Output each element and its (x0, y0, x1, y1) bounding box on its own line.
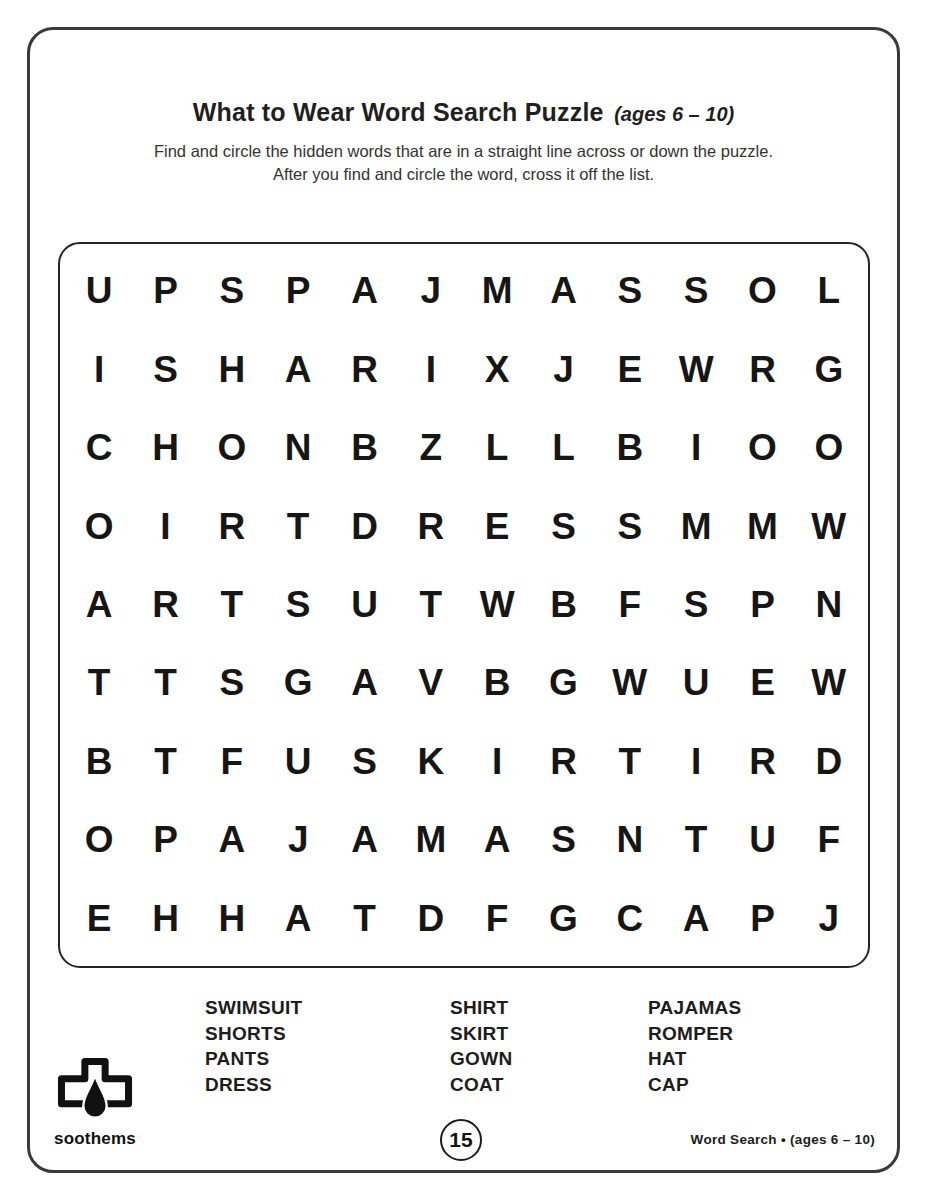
grid-cell-r6c4[interactable]: G (265, 644, 331, 722)
word-list-item-coat[interactable]: COAT (450, 1072, 512, 1098)
grid-cell-r6c5[interactable]: A (331, 644, 397, 722)
grid-cell-r4c8[interactable]: S (530, 487, 596, 565)
grid-cell-r2c1[interactable]: I (66, 330, 132, 408)
grid-cell-r4c1[interactable]: O (66, 487, 132, 565)
grid-cell-r5c3[interactable]: T (199, 566, 265, 644)
grid-cell-r8c7[interactable]: A (464, 801, 530, 879)
brand-logo: soothems (50, 1056, 140, 1149)
grid-cell-r2c10[interactable]: W (663, 330, 729, 408)
grid-cell-r8c5[interactable]: A (331, 801, 397, 879)
grid-cell-r3c7[interactable]: L (464, 409, 530, 487)
grid-cell-r8c2[interactable]: P (132, 801, 198, 879)
grid-cell-r6c2[interactable]: T (132, 644, 198, 722)
grid-cell-r1c1[interactable]: U (66, 252, 132, 330)
grid-cell-r4c5[interactable]: D (331, 487, 397, 565)
grid-cell-r2c3[interactable]: H (199, 330, 265, 408)
word-list-item-dress[interactable]: DRESS (205, 1072, 302, 1098)
grid-cell-r7c1[interactable]: B (66, 723, 132, 801)
grid-cell-r3c9[interactable]: B (597, 409, 663, 487)
grid-cell-r5c12[interactable]: N (796, 566, 862, 644)
grid-cell-r2c8[interactable]: J (530, 330, 596, 408)
grid-cell-r9c11[interactable]: P (729, 880, 795, 958)
grid-cell-r4c6[interactable]: R (398, 487, 464, 565)
word-list-item-pants[interactable]: PANTS (205, 1046, 302, 1072)
grid-cell-r7c12[interactable]: D (796, 723, 862, 801)
grid-cell-r5c2[interactable]: R (132, 566, 198, 644)
grid-cell-r4c2[interactable]: I (132, 487, 198, 565)
grid-cell-r2c11[interactable]: R (729, 330, 795, 408)
grid-cell-r9c8[interactable]: G (530, 880, 596, 958)
word-list-item-shirt[interactable]: SHIRT (450, 995, 512, 1021)
grid-cell-r4c11[interactable]: M (729, 487, 795, 565)
grid-cell-r3c10[interactable]: I (663, 409, 729, 487)
grid-cell-r7c10[interactable]: I (663, 723, 729, 801)
grid-cell-r4c7[interactable]: E (464, 487, 530, 565)
word-list-column-1: SWIMSUITSHORTSPANTSDRESS (205, 995, 302, 1097)
grid-cell-r3c8[interactable]: L (530, 409, 596, 487)
grid-cell-r6c10[interactable]: U (663, 644, 729, 722)
grid-cell-r5c1[interactable]: A (66, 566, 132, 644)
word-search-grid: UPSPAJMASSOLISHARIXJEWRGCHONBZLLBIOOOIRT… (58, 242, 870, 968)
grid-cell-r5c5[interactable]: U (331, 566, 397, 644)
age-range-label: (ages 6 – 10) (614, 103, 734, 125)
grid-cell-r2c6[interactable]: I (398, 330, 464, 408)
page-number: 15 (449, 1128, 472, 1152)
grid-cell-r6c8[interactable]: G (530, 644, 596, 722)
grid-cell-r6c6[interactable]: V (398, 644, 464, 722)
grid-cell-r6c9[interactable]: W (597, 644, 663, 722)
grid-cell-r8c3[interactable]: A (199, 801, 265, 879)
brand-name: soothems (50, 1129, 140, 1149)
grid-cell-r9c2[interactable]: H (132, 880, 198, 958)
word-list-item-shorts[interactable]: SHORTS (205, 1021, 302, 1047)
grid-cell-r8c9[interactable]: N (597, 801, 663, 879)
grid-cell-r6c7[interactable]: B (464, 644, 530, 722)
grid-cell-r2c4[interactable]: A (265, 330, 331, 408)
grid-cell-r4c4[interactable]: T (265, 487, 331, 565)
grid-cell-r3c4[interactable]: N (265, 409, 331, 487)
grid-cell-r9c9[interactable]: C (597, 880, 663, 958)
grid-cell-r6c11[interactable]: E (729, 644, 795, 722)
grid-cell-r2c5[interactable]: R (331, 330, 397, 408)
grid-cell-r7c4[interactable]: U (265, 723, 331, 801)
grid-cell-r5c4[interactable]: S (265, 566, 331, 644)
grid-cell-r4c12[interactable]: W (796, 487, 862, 565)
grid-cell-r2c2[interactable]: S (132, 330, 198, 408)
grid-cell-r1c9[interactable]: S (597, 252, 663, 330)
word-list-item-hat[interactable]: HAT (648, 1046, 742, 1072)
page-number-badge: 15 (440, 1119, 482, 1161)
grid-cell-r2c9[interactable]: E (597, 330, 663, 408)
grid-cell-r1c6[interactable]: J (398, 252, 464, 330)
grid-cell-r9c6[interactable]: D (398, 880, 464, 958)
grid-cell-r3c5[interactable]: B (331, 409, 397, 487)
grid-cell-r5c6[interactable]: T (398, 566, 464, 644)
grid-cell-r5c7[interactable]: W (464, 566, 530, 644)
grid-cell-r6c3[interactable]: S (199, 644, 265, 722)
grid-cell-r3c11[interactable]: O (729, 409, 795, 487)
instructions-line-1: Find and circle the hidden words that ar… (0, 140, 927, 163)
grid-cell-r9c5[interactable]: T (331, 880, 397, 958)
grid-cell-r7c5[interactable]: S (331, 723, 397, 801)
grid-cell-r7c8[interactable]: R (530, 723, 596, 801)
grid-cell-r9c4[interactable]: A (265, 880, 331, 958)
grid-cell-r9c1[interactable]: E (66, 880, 132, 958)
grid-cell-r9c3[interactable]: H (199, 880, 265, 958)
grid-cell-r7c6[interactable]: K (398, 723, 464, 801)
grid-cell-r9c7[interactable]: F (464, 880, 530, 958)
footer-label: Word Search • (ages 6 – 10) (691, 1132, 875, 1147)
grid-cell-r7c11[interactable]: R (729, 723, 795, 801)
grid-cell-r8c8[interactable]: S (530, 801, 596, 879)
grid-cell-r8c1[interactable]: O (66, 801, 132, 879)
grid-cell-r3c6[interactable]: Z (398, 409, 464, 487)
grid-cell-r7c7[interactable]: I (464, 723, 530, 801)
grid-cell-r3c3[interactable]: O (199, 409, 265, 487)
grid-cell-r4c10[interactable]: M (663, 487, 729, 565)
grid-cell-r8c12[interactable]: F (796, 801, 862, 879)
grid-cell-r5c10[interactable]: S (663, 566, 729, 644)
word-list-item-pajamas[interactable]: PAJAMAS (648, 995, 742, 1021)
grid-cell-r1c4[interactable]: P (265, 252, 331, 330)
grid-cell-r1c10[interactable]: S (663, 252, 729, 330)
grid-cell-r3c2[interactable]: H (132, 409, 198, 487)
grid-cell-r1c7[interactable]: M (464, 252, 530, 330)
grid-cell-r6c12[interactable]: W (796, 644, 862, 722)
word-list-item-gown[interactable]: GOWN (450, 1046, 512, 1072)
grid-cell-r1c11[interactable]: O (729, 252, 795, 330)
grid-cell-r2c7[interactable]: X (464, 330, 530, 408)
grid-cell-r8c4[interactable]: J (265, 801, 331, 879)
grid-cell-r5c11[interactable]: P (729, 566, 795, 644)
grid-cell-r5c8[interactable]: B (530, 566, 596, 644)
grid-cell-r8c6[interactable]: M (398, 801, 464, 879)
word-list-item-swimsuit[interactable]: SWIMSUIT (205, 995, 302, 1021)
grid-cell-r3c1[interactable]: C (66, 409, 132, 487)
grid-cell-r1c8[interactable]: A (530, 252, 596, 330)
word-list-item-romper[interactable]: ROMPER (648, 1021, 742, 1047)
word-list-item-cap[interactable]: CAP (648, 1072, 742, 1098)
page-title: What to Wear Word Search Puzzle (ages 6 … (0, 98, 927, 127)
grid-cell-r1c2[interactable]: P (132, 252, 198, 330)
worksheet-page: What to Wear Word Search Puzzle (ages 6 … (0, 0, 927, 1200)
grid-cell-r8c10[interactable]: T (663, 801, 729, 879)
word-list-item-skirt[interactable]: SKIRT (450, 1021, 512, 1047)
grid-cell-r5c9[interactable]: F (597, 566, 663, 644)
grid-cell-r1c5[interactable]: A (331, 252, 397, 330)
grid-cell-r7c2[interactable]: T (132, 723, 198, 801)
grid-cell-r7c9[interactable]: T (597, 723, 663, 801)
grid-cell-r1c12[interactable]: L (796, 252, 862, 330)
puzzle-title: What to Wear Word Search Puzzle (193, 98, 604, 126)
grid-cell-r8c11[interactable]: U (729, 801, 795, 879)
grid-cell-r1c3[interactable]: S (199, 252, 265, 330)
soothems-cross-drop-icon (56, 1056, 134, 1128)
grid-cell-r4c9[interactable]: S (597, 487, 663, 565)
grid-cell-r9c10[interactable]: A (663, 880, 729, 958)
grid-cell-r6c1[interactable]: T (66, 644, 132, 722)
grid-cell-r7c3[interactable]: F (199, 723, 265, 801)
instructions: Find and circle the hidden words that ar… (0, 140, 927, 186)
instructions-line-2: After you find and circle the word, cros… (0, 163, 927, 186)
grid-cell-r4c3[interactable]: R (199, 487, 265, 565)
word-list-column-2: SHIRTSKIRTGOWNCOAT (450, 995, 512, 1097)
grid-cell-r9c12[interactable]: J (796, 880, 862, 958)
grid-cell-r2c12[interactable]: G (796, 330, 862, 408)
word-list-column-3: PAJAMASROMPERHATCAP (648, 995, 742, 1097)
grid-cell-r3c12[interactable]: O (796, 409, 862, 487)
